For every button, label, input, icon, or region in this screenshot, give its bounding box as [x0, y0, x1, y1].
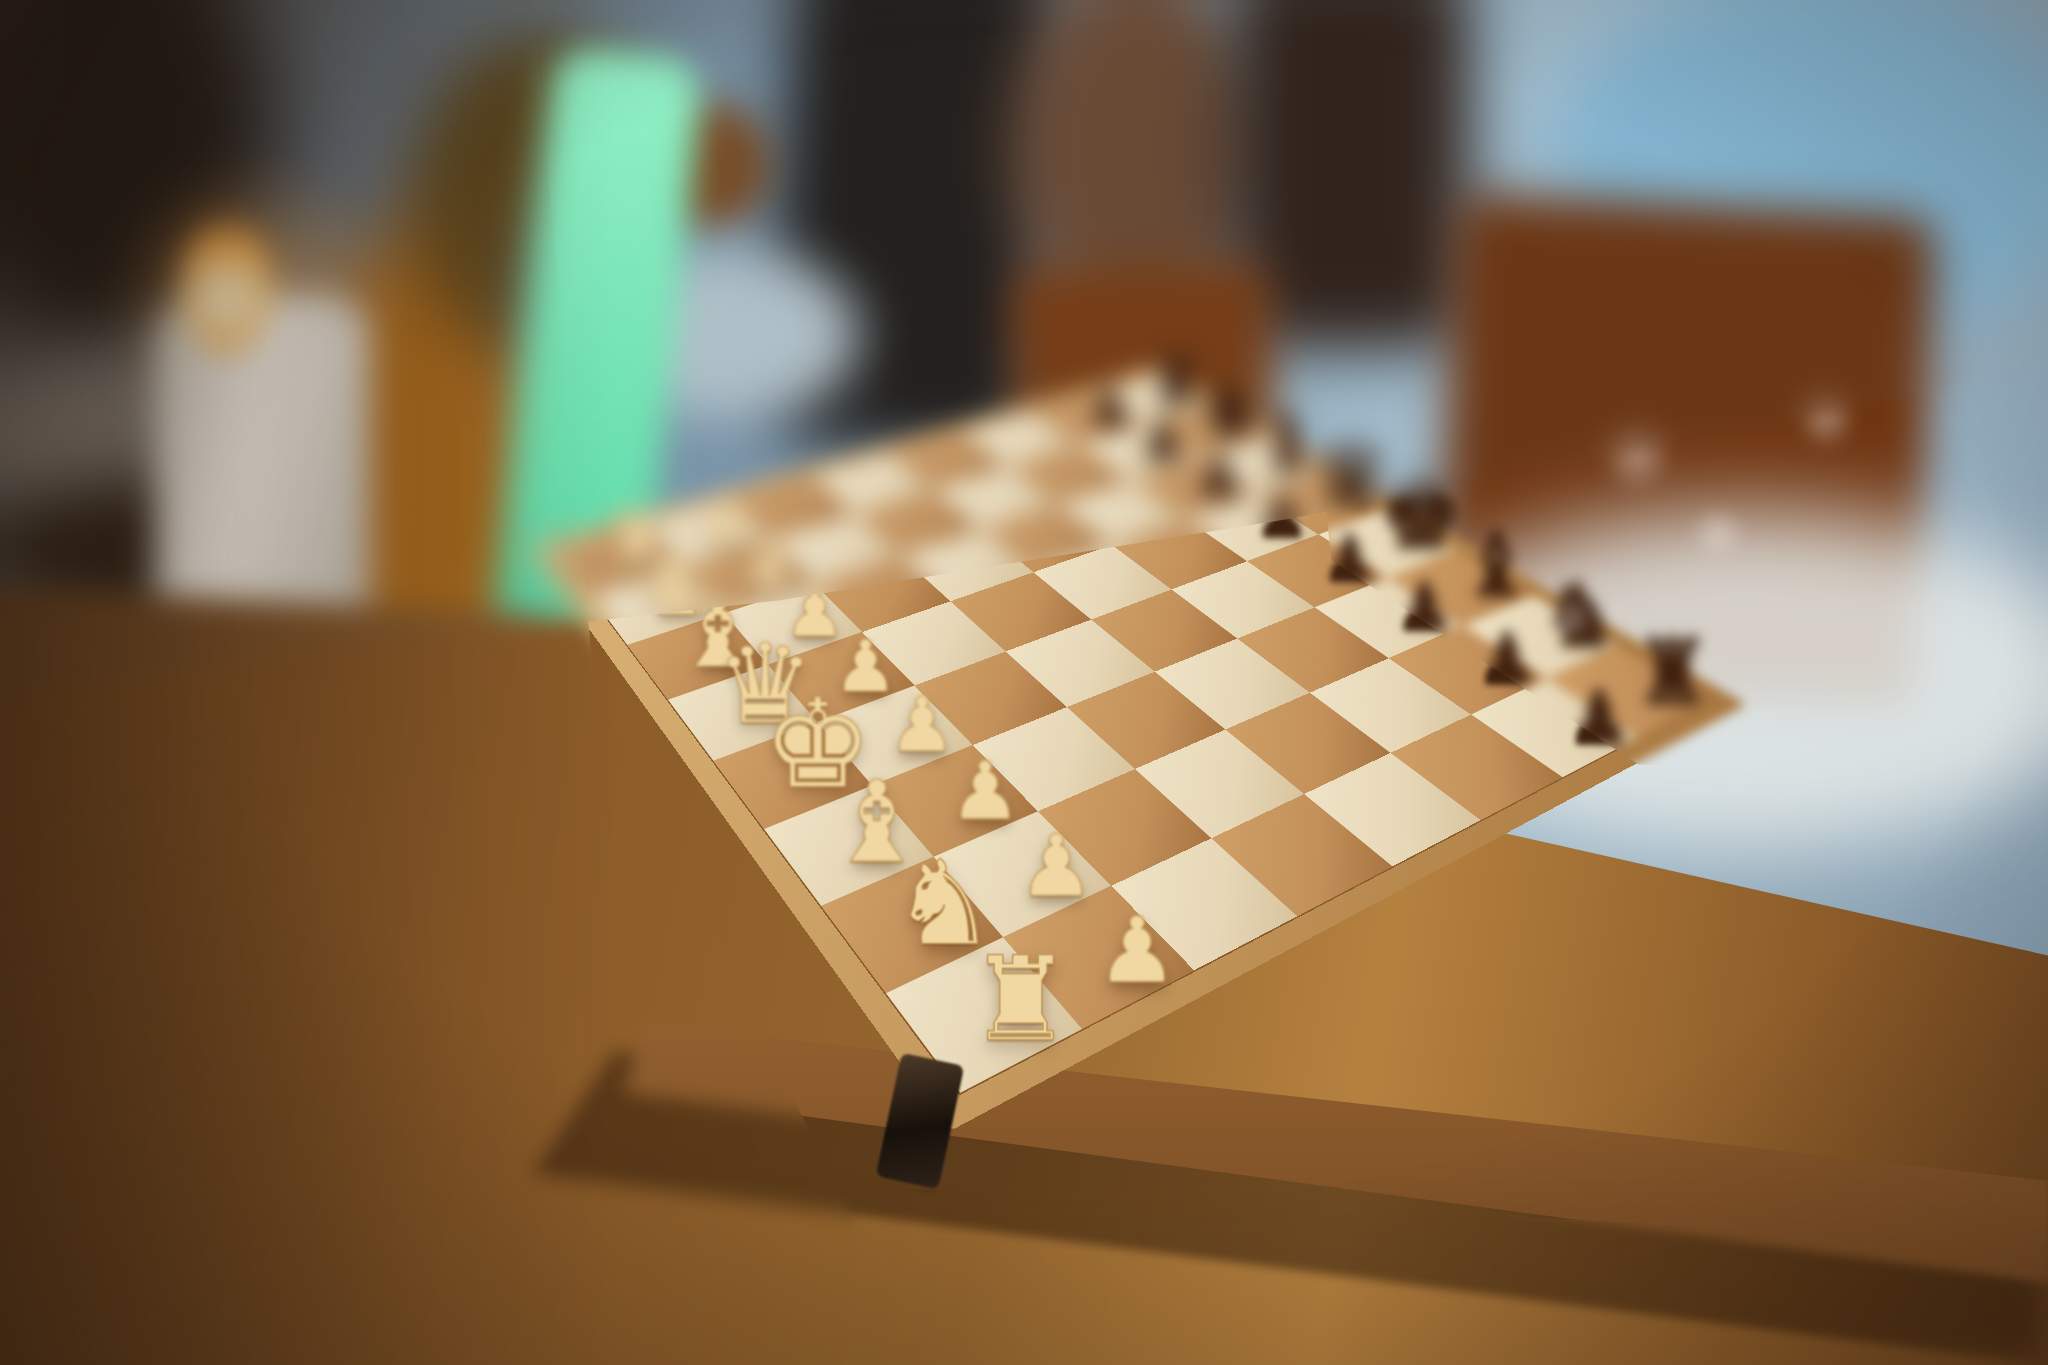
black-pawn-c7: ♟: [1193, 447, 1246, 506]
square-h4: [1211, 794, 1392, 916]
board-perspective-scene: ♜♟♟♜♞♟♟♞♝♟♟♝♛♟♟♛♚♟♟♚♝♟♟♝♞♟♟♞♜♟♟♜: [0, 0, 2048, 1365]
bokeh-highlight: [1795, 388, 1857, 450]
bokeh-highlight: [1600, 420, 1674, 494]
black-pawn-d7: ♟: [1254, 485, 1309, 547]
photo-scene: ♜♟♟♜♞♟♟♞♝♟♟♝♛♟♟♛♚♟♟♚♝♟♟♝♞♟♟♞♜♟♟♜: [0, 0, 2048, 1365]
bokeh-highlight: [1548, 595, 1594, 641]
white-rook-h1: ♜: [968, 940, 1073, 1057]
black-pawn-f7: ♟: [1394, 573, 1455, 641]
black-pawn-a7: ♟: [1086, 380, 1135, 434]
board-rim: ♜♟♟♜♞♟♟♞♝♟♟♝♛♟♟♛♚♟♟♚♝♟♟♝♞♟♟♞♜♟♟♜: [530, 365, 1746, 1131]
black-king-e8: ♚: [1377, 465, 1465, 563]
black-rook-h8: ♜: [1633, 627, 1713, 716]
black-pawn-g7: ♟: [1475, 623, 1539, 694]
black-bishop-f8: ♝: [1456, 520, 1536, 609]
white-pawn-g2: ♟: [1018, 823, 1095, 908]
black-pawn-e7: ♟: [1321, 527, 1379, 592]
white-pawn-h2: ♟: [1096, 905, 1178, 996]
white-pawn-f2: ♟: [949, 751, 1021, 831]
bokeh-highlight: [1690, 505, 1746, 561]
chess-board: ♜♟♟♜♞♟♟♞♝♟♟♝♛♟♟♛♚♟♟♚♝♟♟♝♞♟♟♞♜♟♟♜: [555, 374, 1712, 1095]
white-pawn-e2: ♟: [888, 687, 956, 763]
black-pawn-h7: ♟: [1565, 680, 1632, 755]
black-pawn-b7: ♟: [1138, 412, 1189, 468]
